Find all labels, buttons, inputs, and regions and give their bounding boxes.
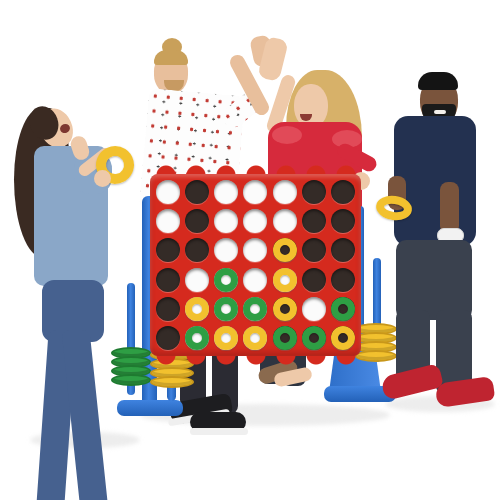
connect4-grid: [153, 177, 358, 353]
board-cell-r3c1: [153, 236, 182, 265]
disc-yellow: [214, 326, 238, 350]
board-hole: [302, 268, 326, 292]
board-cell-r2c3: [212, 206, 241, 235]
board-cell-r1c1: [153, 177, 182, 206]
board-cell-r2c7: [329, 206, 358, 235]
board-hole: [302, 180, 326, 204]
board-scallop-bottom: [151, 355, 361, 365]
board-hole: [214, 268, 238, 292]
board-hole: [273, 326, 297, 350]
board-hole: [331, 209, 355, 233]
board-cell-r3c4: [241, 236, 270, 265]
person-left-woman: [14, 100, 144, 460]
right-man-polo: [394, 116, 476, 246]
board-hole: [331, 180, 355, 204]
board-hole: [214, 297, 238, 321]
board-hole: [273, 180, 297, 204]
board-hole: [156, 209, 180, 233]
board-hole: [243, 297, 267, 321]
board-hole: [243, 268, 267, 292]
board-hole: [243, 238, 267, 262]
disc-yellow: [273, 268, 297, 292]
board-cell-r6c7: [329, 324, 358, 353]
board-hole: [273, 209, 297, 233]
board-cell-r3c2: [182, 236, 211, 265]
board-hole: [214, 238, 238, 262]
board-cell-r4c2: [182, 265, 211, 294]
board-cell-r4c5: [270, 265, 299, 294]
left-woman-hand: [94, 170, 111, 187]
board-hole: [156, 180, 180, 204]
board-hole: [243, 326, 267, 350]
disc-green: [331, 297, 355, 321]
disc-yellow: [331, 326, 355, 350]
board-hole: [331, 297, 355, 321]
board-hole: [302, 238, 326, 262]
right-man-right-forearm: [440, 182, 459, 234]
board-cell-r4c1: [153, 265, 182, 294]
board-hole: [185, 209, 209, 233]
board-cell-r6c3: [212, 324, 241, 353]
board-cell-r6c2: [182, 324, 211, 353]
right-man-smile: [434, 110, 446, 114]
board-cell-r3c7: [329, 236, 358, 265]
board-hole: [156, 297, 180, 321]
disc-yellow: [273, 297, 297, 321]
board-cell-r2c2: [182, 206, 211, 235]
product-photo-stage: [0, 0, 500, 500]
disc-green: [243, 297, 267, 321]
board-hole: [273, 268, 297, 292]
disc-green: [214, 268, 238, 292]
board-cell-r1c4: [241, 177, 270, 206]
board-hole: [273, 238, 297, 262]
disc-green: [302, 326, 326, 350]
board-cell-r6c1: [153, 324, 182, 353]
board-hole: [243, 209, 267, 233]
board-hole: [214, 209, 238, 233]
board-cell-r5c6: [299, 294, 328, 323]
right-man-jeans: [396, 240, 472, 320]
board-cell-r2c5: [270, 206, 299, 235]
board-hole: [156, 268, 180, 292]
disc-yellow: [185, 297, 209, 321]
board-hole: [185, 268, 209, 292]
disc-green: [214, 297, 238, 321]
board-cell-r1c2: [182, 177, 211, 206]
board-cell-r4c7: [329, 265, 358, 294]
board-cell-r1c7: [329, 177, 358, 206]
right-man-hair: [418, 72, 458, 90]
board-cell-r1c3: [212, 177, 241, 206]
right-man-shoe: [380, 363, 444, 401]
board-hole: [214, 180, 238, 204]
board-cell-r6c6: [299, 324, 328, 353]
board-hole: [214, 326, 238, 350]
board-hole: [302, 209, 326, 233]
board-hole: [302, 326, 326, 350]
board-hole: [331, 268, 355, 292]
board-cell-r5c2: [182, 294, 211, 323]
board-cell-r5c1: [153, 294, 182, 323]
board-cell-r5c4: [241, 294, 270, 323]
board-cell-r6c5: [270, 324, 299, 353]
board-hole: [243, 180, 267, 204]
board-cell-r6c4: [241, 324, 270, 353]
board-cell-r5c3: [212, 294, 241, 323]
board-hole: [156, 238, 180, 262]
board-cell-r4c4: [241, 265, 270, 294]
board-cell-r3c5: [270, 236, 299, 265]
board-hole: [331, 326, 355, 350]
board-cell-r4c3: [212, 265, 241, 294]
board-cell-r2c4: [241, 206, 270, 235]
disc-green: [185, 326, 209, 350]
board-cell-r1c6: [299, 177, 328, 206]
disc-yellow: [273, 238, 297, 262]
board-hole: [185, 180, 209, 204]
board-cell-r5c7: [329, 294, 358, 323]
board-cell-r3c3: [212, 236, 241, 265]
connect4-board: [150, 174, 361, 356]
person-right-man: [382, 70, 500, 420]
board-cell-r3c6: [299, 236, 328, 265]
disc-yellow: [243, 326, 267, 350]
board-cell-r4c6: [299, 265, 328, 294]
board-cell-r5c5: [270, 294, 299, 323]
board-cell-r1c5: [270, 177, 299, 206]
board-hole: [273, 297, 297, 321]
board-hole: [156, 326, 180, 350]
disc-green: [273, 326, 297, 350]
board-hole: [185, 238, 209, 262]
board-cell-r2c6: [299, 206, 328, 235]
board-hole: [185, 297, 209, 321]
board-cell-r2c1: [153, 206, 182, 235]
board-hole: [302, 297, 326, 321]
board-hole: [331, 238, 355, 262]
yellow-storage-ring: [150, 376, 194, 388]
board-hole: [185, 326, 209, 350]
